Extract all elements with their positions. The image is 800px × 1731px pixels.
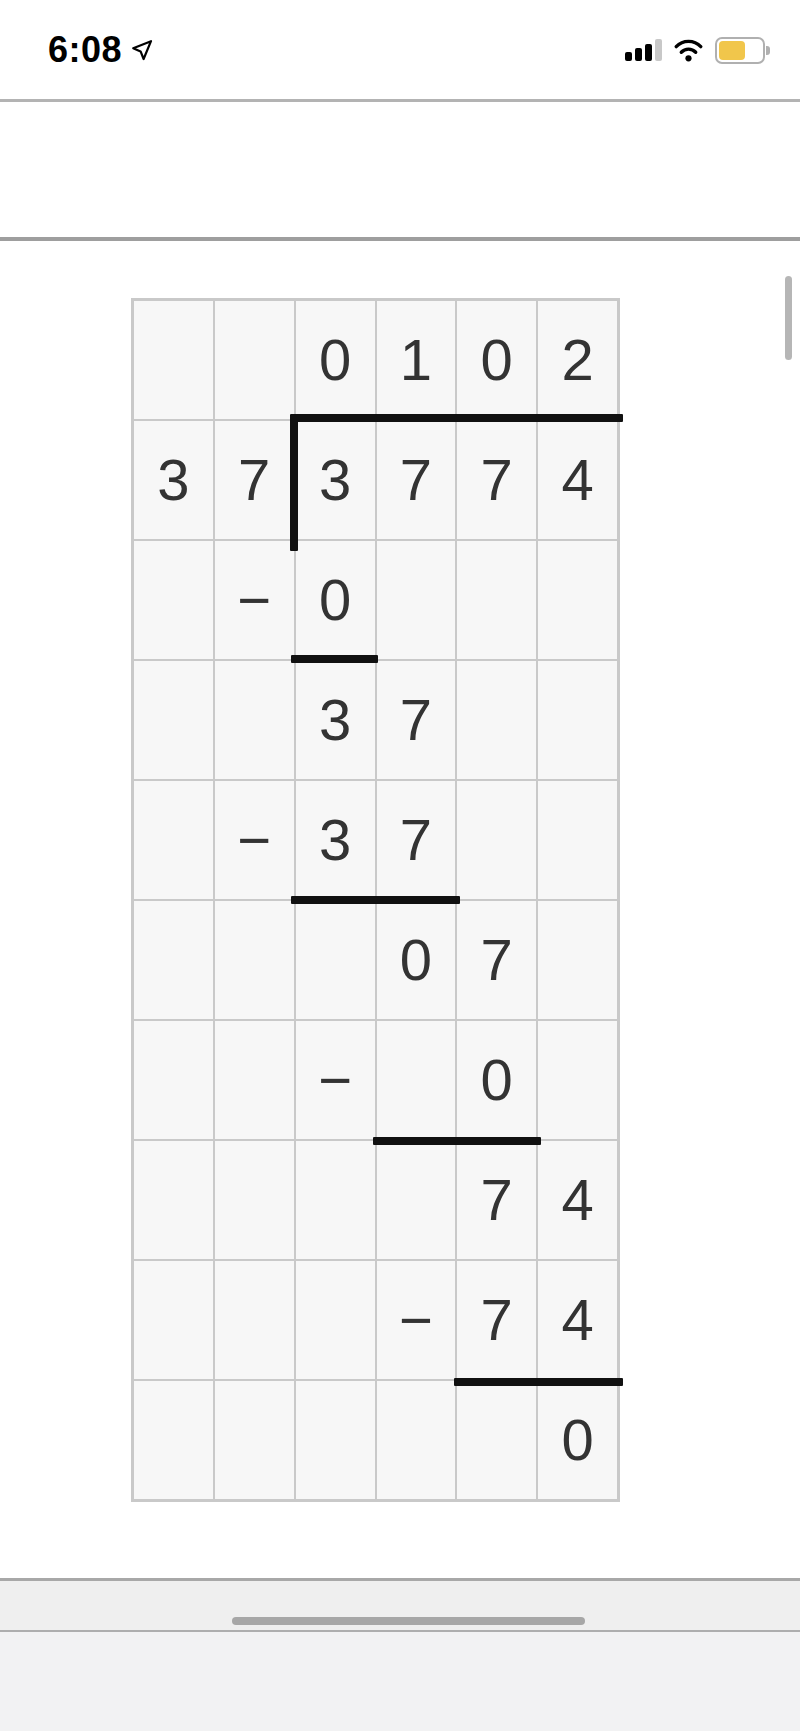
grid-cell-r1c3: 0 (295, 300, 376, 420)
grid-cell-r10c1 (133, 1380, 214, 1500)
grid-cell-r1c5: 0 (456, 300, 537, 420)
grid-cell-r10c3 (295, 1380, 376, 1500)
grid-cell-r6c6 (537, 900, 618, 1020)
grid-cell-r9c1 (133, 1260, 214, 1380)
grid-cell-r10c4 (376, 1380, 457, 1500)
grid-cell-r3c1 (133, 540, 214, 660)
grid-cell-r1c6: 2 (537, 300, 618, 420)
location-arrow-icon (130, 38, 154, 62)
grid-cell-r4c3: 3 (295, 660, 376, 780)
grid-cell-r8c6: 4 (537, 1140, 618, 1260)
wifi-icon (673, 39, 704, 62)
grid-cell-r2c1: 3 (133, 420, 214, 540)
grid-cell-r8c3 (295, 1140, 376, 1260)
grid-cell-r7c4 (376, 1020, 457, 1140)
grid-cell-r3c3: 0 (295, 540, 376, 660)
grid-cell-r9c3 (295, 1260, 376, 1380)
grid-cell-r3c5 (456, 540, 537, 660)
battery-icon (715, 37, 770, 64)
grid-cell-r9c4: − (376, 1260, 457, 1380)
grid-cell-r9c6: 4 (537, 1260, 618, 1380)
grid-cell-r4c6 (537, 660, 618, 780)
safari-bottom-bar: calculatorsoup.com (0, 1632, 800, 1731)
grid-cell-r10c6: 0 (537, 1380, 618, 1500)
grid-cell-r10c5 (456, 1380, 537, 1500)
status-bar-right (625, 37, 770, 64)
grid-cell-r7c6 (537, 1020, 618, 1140)
grid-cell-r4c5 (456, 660, 537, 780)
grid-cell-r5c2: − (214, 780, 295, 900)
grid-cell-r2c4: 7 (376, 420, 457, 540)
grid-cell-r6c3 (295, 900, 376, 1020)
grid-cell-r5c4: 7 (376, 780, 457, 900)
grid-cell-r3c4 (376, 540, 457, 660)
grid-cell-r3c2: − (214, 540, 295, 660)
grid-cell-r8c5: 7 (456, 1140, 537, 1260)
status-time: 6:08 (48, 29, 122, 71)
grid-cell-r4c2 (214, 660, 295, 780)
grid-cell-r8c4 (376, 1140, 457, 1260)
iphone-screen: 6:08 (0, 0, 800, 1731)
horizontal-scrollbar[interactable] (232, 1617, 585, 1625)
grid-cell-r6c4: 0 (376, 900, 457, 1020)
grid-cell-r4c1 (133, 660, 214, 780)
grid-cell-r3c6 (537, 540, 618, 660)
grid-cell-r7c3: − (295, 1020, 376, 1140)
grid-cell-r5c6 (537, 780, 618, 900)
grid-cell-r2c5: 7 (456, 420, 537, 540)
top-toolbar-divider (0, 99, 800, 102)
grid-cell-r2c2: 7 (214, 420, 295, 540)
grid-cell-r4c4: 7 (376, 660, 457, 780)
grid-cell-r8c2 (214, 1140, 295, 1260)
grid-cell-r5c3: 3 (295, 780, 376, 900)
cellular-signal-icon (625, 39, 662, 61)
grid-cell-r5c1 (133, 780, 214, 900)
grid-cell-r7c1 (133, 1020, 214, 1140)
grid-cell-r9c5: 7 (456, 1260, 537, 1380)
grid-cell-r1c1 (133, 300, 214, 420)
grid-cell-r8c1 (133, 1140, 214, 1260)
long-division-grid: 0102373774−037−3707−074−740 (131, 298, 620, 1502)
page-top-divider (0, 237, 800, 241)
grid-cell-r5c5 (456, 780, 537, 900)
grid-cell-r6c5: 7 (456, 900, 537, 1020)
grid-cell-r7c2 (214, 1020, 295, 1140)
vertical-scrollbar[interactable] (785, 276, 792, 360)
grid-cell-r2c3: 3 (295, 420, 376, 540)
grid-cell-r6c2 (214, 900, 295, 1020)
grid-cell-r6c1 (133, 900, 214, 1020)
grid-cell-r10c2 (214, 1380, 295, 1500)
grid-cell-r1c4: 1 (376, 300, 457, 420)
grid-cell-r7c5: 0 (456, 1020, 537, 1140)
status-bar: 6:08 (0, 0, 800, 92)
grid-cell-r9c2 (214, 1260, 295, 1380)
grid-cell-r2c6: 4 (537, 420, 618, 540)
status-bar-left: 6:08 (48, 29, 154, 71)
grid-cell-r1c2 (214, 300, 295, 420)
